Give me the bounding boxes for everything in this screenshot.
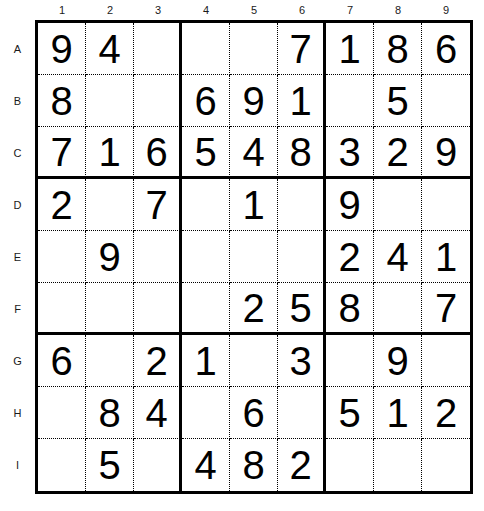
cell-E9[interactable]: 1	[422, 231, 470, 283]
cell-G2[interactable]	[86, 335, 134, 387]
cell-B2[interactable]	[86, 75, 134, 127]
cell-I2[interactable]: 5	[86, 439, 134, 491]
column-labels: 123456789	[38, 0, 484, 20]
cell-G3[interactable]: 2	[134, 335, 182, 387]
cell-H1[interactable]	[38, 387, 86, 439]
cell-D2[interactable]	[86, 179, 134, 231]
row-label-B: B	[0, 75, 35, 127]
cell-E2[interactable]: 9	[86, 231, 134, 283]
cell-C4[interactable]: 5	[182, 127, 230, 179]
cell-D4[interactable]	[182, 179, 230, 231]
cell-F3[interactable]	[134, 283, 182, 335]
cell-H5[interactable]: 6	[230, 387, 278, 439]
cell-C2[interactable]: 1	[86, 127, 134, 179]
cell-E7[interactable]: 2	[326, 231, 374, 283]
row-label-E: E	[0, 231, 35, 283]
col-label-9: 9	[422, 0, 470, 20]
cell-D3[interactable]: 7	[134, 179, 182, 231]
cell-I4[interactable]: 4	[182, 439, 230, 491]
cell-I1[interactable]	[38, 439, 86, 491]
cell-H4[interactable]	[182, 387, 230, 439]
sudoku-grid: 9471868691571654832927199241258762139846…	[35, 20, 473, 494]
col-label-1: 1	[38, 0, 86, 20]
cell-G5[interactable]	[230, 335, 278, 387]
col-label-8: 8	[374, 0, 422, 20]
row-label-H: H	[0, 387, 35, 439]
cell-G6[interactable]: 3	[278, 335, 326, 387]
cell-F7[interactable]: 8	[326, 283, 374, 335]
cell-H2[interactable]: 8	[86, 387, 134, 439]
cell-C8[interactable]: 2	[374, 127, 422, 179]
cell-D7[interactable]: 9	[326, 179, 374, 231]
cell-H9[interactable]: 2	[422, 387, 470, 439]
cell-F2[interactable]	[86, 283, 134, 335]
cell-B8[interactable]: 5	[374, 75, 422, 127]
cell-B9[interactable]	[422, 75, 470, 127]
cell-B5[interactable]: 9	[230, 75, 278, 127]
board-area: ABCDEFGHI 947186869157165483292719924125…	[0, 20, 484, 494]
cell-E5[interactable]	[230, 231, 278, 283]
cell-C3[interactable]: 6	[134, 127, 182, 179]
cell-C9[interactable]: 9	[422, 127, 470, 179]
cell-E4[interactable]	[182, 231, 230, 283]
cell-A1[interactable]: 9	[38, 23, 86, 75]
cell-C1[interactable]: 7	[38, 127, 86, 179]
col-label-7: 7	[326, 0, 374, 20]
cell-G7[interactable]	[326, 335, 374, 387]
cell-E6[interactable]	[278, 231, 326, 283]
cell-D6[interactable]	[278, 179, 326, 231]
cell-H6[interactable]	[278, 387, 326, 439]
sudoku-board: 123456789 ABCDEFGHI 94718686915716548329…	[0, 0, 484, 511]
row-label-I: I	[0, 439, 35, 491]
cell-B6[interactable]: 1	[278, 75, 326, 127]
cell-C7[interactable]: 3	[326, 127, 374, 179]
cell-I5[interactable]: 8	[230, 439, 278, 491]
row-label-F: F	[0, 283, 35, 335]
row-label-A: A	[0, 23, 35, 75]
cell-H8[interactable]: 1	[374, 387, 422, 439]
cell-A3[interactable]	[134, 23, 182, 75]
cell-H7[interactable]: 5	[326, 387, 374, 439]
cell-I7[interactable]	[326, 439, 374, 491]
cell-D8[interactable]	[374, 179, 422, 231]
cell-F4[interactable]	[182, 283, 230, 335]
cell-A2[interactable]: 4	[86, 23, 134, 75]
row-label-G: G	[0, 335, 35, 387]
cell-G4[interactable]: 1	[182, 335, 230, 387]
cell-E1[interactable]	[38, 231, 86, 283]
cell-B3[interactable]	[134, 75, 182, 127]
cell-G8[interactable]: 9	[374, 335, 422, 387]
cell-B4[interactable]: 6	[182, 75, 230, 127]
col-label-5: 5	[230, 0, 278, 20]
cell-F6[interactable]: 5	[278, 283, 326, 335]
cell-C6[interactable]: 8	[278, 127, 326, 179]
col-label-3: 3	[134, 0, 182, 20]
cell-G1[interactable]: 6	[38, 335, 86, 387]
cell-I8[interactable]	[374, 439, 422, 491]
cell-A6[interactable]: 7	[278, 23, 326, 75]
cell-B1[interactable]: 8	[38, 75, 86, 127]
cell-D1[interactable]: 2	[38, 179, 86, 231]
cell-E8[interactable]: 4	[374, 231, 422, 283]
cell-C5[interactable]: 4	[230, 127, 278, 179]
cell-E3[interactable]	[134, 231, 182, 283]
cell-G9[interactable]	[422, 335, 470, 387]
col-label-6: 6	[278, 0, 326, 20]
cell-B7[interactable]	[326, 75, 374, 127]
cell-F5[interactable]: 2	[230, 283, 278, 335]
cell-A9[interactable]: 6	[422, 23, 470, 75]
cell-H3[interactable]: 4	[134, 387, 182, 439]
cell-A5[interactable]	[230, 23, 278, 75]
row-label-C: C	[0, 127, 35, 179]
cell-I6[interactable]: 2	[278, 439, 326, 491]
cell-A4[interactable]	[182, 23, 230, 75]
cell-D9[interactable]	[422, 179, 470, 231]
cell-I3[interactable]	[134, 439, 182, 491]
row-labels: ABCDEFGHI	[0, 23, 35, 494]
cell-F1[interactable]	[38, 283, 86, 335]
cell-A8[interactable]: 8	[374, 23, 422, 75]
cell-D5[interactable]: 1	[230, 179, 278, 231]
cell-F8[interactable]	[374, 283, 422, 335]
cell-A7[interactable]: 1	[326, 23, 374, 75]
col-label-4: 4	[182, 0, 230, 20]
cell-F9[interactable]: 7	[422, 283, 470, 335]
row-label-D: D	[0, 179, 35, 231]
col-label-2: 2	[86, 0, 134, 20]
cell-I9[interactable]	[422, 439, 470, 491]
